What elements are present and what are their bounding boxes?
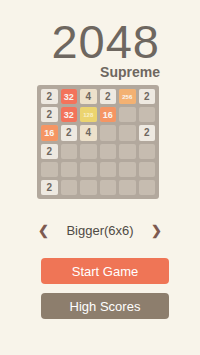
board-cell: 4	[80, 89, 97, 104]
board-cell: 32	[61, 89, 78, 104]
board-cell: 4	[80, 125, 97, 140]
board-cell	[80, 180, 97, 195]
board-cell: 2	[41, 107, 58, 122]
board-cell: 256	[119, 89, 136, 104]
tile-2: 2	[41, 89, 58, 104]
tile-32: 32	[61, 107, 78, 122]
board-cell	[80, 162, 97, 177]
board-cell	[80, 144, 97, 159]
board-cell: 2	[41, 144, 58, 159]
start-game-button[interactable]: Start Game	[41, 258, 169, 284]
board-cell	[100, 125, 117, 140]
board-cell	[100, 144, 117, 159]
board-cell	[139, 107, 156, 122]
tile-2: 2	[41, 107, 58, 122]
board-cell	[119, 125, 136, 140]
board-cell	[100, 162, 117, 177]
board-grid: 232422562232128161624222	[37, 85, 159, 199]
tile-128: 128	[80, 107, 97, 122]
board-cell	[61, 162, 78, 177]
tile-2: 2	[139, 89, 156, 104]
chevron-left-icon[interactable]: ❮	[38, 224, 49, 237]
tile-32: 32	[61, 89, 78, 104]
board-cell: 16	[100, 107, 117, 122]
tile-4: 4	[80, 125, 97, 140]
board-cell: 2	[61, 125, 78, 140]
board-cell: 32	[61, 107, 78, 122]
high-scores-button[interactable]: High Scores	[41, 293, 169, 319]
tile-256: 256	[119, 89, 136, 104]
tile-2: 2	[41, 144, 58, 159]
board-cell: 2	[139, 125, 156, 140]
board-cell: 2	[139, 89, 156, 104]
tile-2: 2	[41, 180, 58, 195]
app-screen: 2048 Supreme 232422562232128161624222 ❮ …	[0, 0, 200, 355]
chevron-right-icon[interactable]: ❯	[151, 224, 162, 237]
board-cell	[119, 162, 136, 177]
board-cell	[119, 107, 136, 122]
board-cell	[139, 180, 156, 195]
board-cell	[61, 144, 78, 159]
tile-4: 4	[80, 89, 97, 104]
tile-16: 16	[100, 107, 117, 122]
mode-selector: ❮ Bigger(6x6) ❯	[38, 220, 162, 240]
board-cell	[139, 144, 156, 159]
tile-2: 2	[100, 89, 117, 104]
tile-2: 2	[61, 125, 78, 140]
board-cell: 2	[100, 89, 117, 104]
board-cell: 2	[41, 180, 58, 195]
mode-label: Bigger(6x6)	[66, 223, 133, 238]
app-title: 2048	[51, 18, 160, 65]
board-cell	[100, 180, 117, 195]
board-cell	[41, 162, 58, 177]
board-cell	[61, 180, 78, 195]
board-cell	[119, 144, 136, 159]
board-cell	[119, 180, 136, 195]
board-cell	[139, 162, 156, 177]
board-cell: 16	[41, 125, 58, 140]
tile-16: 16	[41, 125, 58, 140]
tile-2: 2	[139, 125, 156, 140]
board-cell: 128	[80, 107, 97, 122]
board-cell: 2	[41, 89, 58, 104]
title-block: 2048 Supreme	[51, 18, 160, 80]
